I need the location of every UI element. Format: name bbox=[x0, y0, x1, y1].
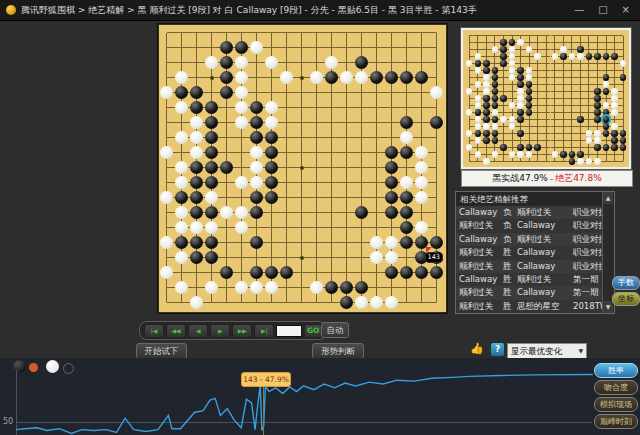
intersection[interactable] bbox=[369, 25, 384, 40]
maximize-button[interactable]: □ bbox=[598, 5, 607, 15]
intersection[interactable] bbox=[429, 100, 444, 115]
intersection[interactable] bbox=[354, 85, 369, 100]
intersection[interactable] bbox=[369, 175, 384, 190]
intersection[interactable] bbox=[309, 220, 324, 235]
intersection[interactable] bbox=[189, 55, 204, 70]
intersection[interactable] bbox=[399, 130, 414, 145]
intersection[interactable] bbox=[339, 40, 354, 55]
intersection[interactable] bbox=[174, 70, 189, 85]
intersection[interactable] bbox=[324, 265, 339, 280]
intersection[interactable] bbox=[189, 115, 204, 130]
intersection[interactable] bbox=[219, 55, 234, 70]
intersection[interactable] bbox=[309, 130, 324, 145]
intersection[interactable] bbox=[384, 130, 399, 145]
intersection[interactable] bbox=[174, 220, 189, 235]
intersection[interactable] bbox=[309, 85, 324, 100]
go-button[interactable]: GO bbox=[304, 324, 322, 338]
intersection[interactable] bbox=[174, 280, 189, 295]
intersection[interactable] bbox=[204, 175, 219, 190]
intersection[interactable] bbox=[324, 25, 339, 40]
fast-forward-button[interactable]: ▶▶ bbox=[232, 324, 252, 338]
move-number-input[interactable] bbox=[276, 325, 302, 337]
intersection[interactable] bbox=[414, 205, 429, 220]
intersection[interactable] bbox=[369, 160, 384, 175]
intersection[interactable] bbox=[369, 100, 384, 115]
intersection[interactable] bbox=[399, 145, 414, 160]
intersection[interactable] bbox=[339, 55, 354, 70]
intersection[interactable] bbox=[204, 250, 219, 265]
intersection[interactable] bbox=[369, 250, 384, 265]
intersection[interactable] bbox=[189, 145, 204, 160]
intersection[interactable] bbox=[339, 115, 354, 130]
intersection[interactable] bbox=[384, 25, 399, 40]
intersection[interactable] bbox=[264, 100, 279, 115]
intersection[interactable] bbox=[204, 70, 219, 85]
intersection[interactable] bbox=[354, 295, 369, 310]
game-record-row[interactable]: 顺利过关胜Callaway职业对抗 bbox=[456, 246, 603, 259]
intersection[interactable] bbox=[324, 100, 339, 115]
intersection[interactable] bbox=[219, 70, 234, 85]
intersection[interactable] bbox=[219, 40, 234, 55]
intersection[interactable] bbox=[159, 130, 174, 145]
intersection[interactable] bbox=[204, 55, 219, 70]
intersection[interactable] bbox=[369, 145, 384, 160]
intersection[interactable] bbox=[324, 205, 339, 220]
intersection[interactable] bbox=[399, 190, 414, 205]
intersection[interactable] bbox=[219, 160, 234, 175]
intersection[interactable] bbox=[204, 40, 219, 55]
intersection[interactable] bbox=[399, 70, 414, 85]
intersection[interactable] bbox=[429, 205, 444, 220]
intersection[interactable] bbox=[309, 145, 324, 160]
intersection[interactable] bbox=[384, 40, 399, 55]
intersection[interactable] bbox=[189, 100, 204, 115]
intersection[interactable] bbox=[429, 25, 444, 40]
intersection[interactable] bbox=[414, 160, 429, 175]
intersection[interactable] bbox=[189, 265, 204, 280]
intersection[interactable] bbox=[309, 40, 324, 55]
intersection[interactable] bbox=[429, 40, 444, 55]
intersection[interactable] bbox=[384, 250, 399, 265]
intersection[interactable] bbox=[234, 100, 249, 115]
intersection[interactable] bbox=[309, 280, 324, 295]
intersection[interactable] bbox=[339, 130, 354, 145]
game-record-row[interactable]: Callaway胜顺利过关第一期 bbox=[456, 273, 603, 286]
intersection[interactable] bbox=[249, 85, 264, 100]
intersection[interactable] bbox=[204, 115, 219, 130]
intersection[interactable] bbox=[354, 160, 369, 175]
intersection[interactable] bbox=[204, 85, 219, 100]
intersection[interactable] bbox=[324, 40, 339, 55]
intersection[interactable] bbox=[279, 70, 294, 85]
game-record-row[interactable]: 顺利过关胜Callaway第一期 bbox=[456, 286, 603, 299]
intersection[interactable] bbox=[159, 265, 174, 280]
intersection[interactable] bbox=[264, 250, 279, 265]
best-variation-dropdown[interactable]: 显示最优变化 ▼ bbox=[507, 343, 587, 359]
intersection[interactable] bbox=[159, 115, 174, 130]
winrate-graph-panel[interactable]: 50 143 - 47.9% 胜率吻合度模拟现场巅峰时刻 bbox=[0, 358, 640, 435]
intersection[interactable] bbox=[219, 25, 234, 40]
intersection[interactable] bbox=[174, 40, 189, 55]
intersection[interactable] bbox=[279, 85, 294, 100]
help-icon[interactable]: ? bbox=[491, 343, 504, 356]
intersection[interactable] bbox=[234, 55, 249, 70]
intersection[interactable] bbox=[234, 70, 249, 85]
intersection[interactable] bbox=[159, 145, 174, 160]
intersection[interactable] bbox=[174, 250, 189, 265]
intersection[interactable] bbox=[294, 175, 309, 190]
intersection[interactable] bbox=[414, 175, 429, 190]
intersection[interactable] bbox=[429, 55, 444, 70]
intersection[interactable] bbox=[399, 55, 414, 70]
thumbs-up-icon[interactable]: 👍 bbox=[470, 341, 488, 357]
intersection[interactable] bbox=[279, 130, 294, 145]
intersection[interactable] bbox=[429, 265, 444, 280]
intersection[interactable] bbox=[429, 295, 444, 310]
intersection[interactable] bbox=[354, 265, 369, 280]
intersection[interactable] bbox=[414, 115, 429, 130]
intersection[interactable] bbox=[384, 85, 399, 100]
intersection[interactable] bbox=[429, 280, 444, 295]
intersection[interactable] bbox=[354, 70, 369, 85]
intersection[interactable] bbox=[384, 265, 399, 280]
intersection[interactable] bbox=[294, 55, 309, 70]
intersection[interactable] bbox=[339, 190, 354, 205]
intersection[interactable] bbox=[354, 25, 369, 40]
intersection[interactable] bbox=[249, 70, 264, 85]
intersection[interactable] bbox=[309, 235, 324, 250]
intersection[interactable] bbox=[219, 145, 234, 160]
intersection[interactable] bbox=[249, 175, 264, 190]
intersection[interactable] bbox=[204, 160, 219, 175]
intersection[interactable] bbox=[384, 295, 399, 310]
intersection[interactable] bbox=[384, 220, 399, 235]
intersection[interactable] bbox=[354, 280, 369, 295]
intersection[interactable] bbox=[339, 70, 354, 85]
intersection[interactable] bbox=[234, 175, 249, 190]
intersection[interactable] bbox=[204, 205, 219, 220]
intersection[interactable] bbox=[234, 115, 249, 130]
intersection[interactable] bbox=[309, 295, 324, 310]
intersection[interactable] bbox=[339, 100, 354, 115]
intersection[interactable] bbox=[414, 130, 429, 145]
intersection[interactable] bbox=[279, 100, 294, 115]
intersection[interactable] bbox=[279, 235, 294, 250]
goban-grid[interactable]: 143 bbox=[159, 25, 444, 310]
intersection[interactable] bbox=[264, 40, 279, 55]
intersection[interactable] bbox=[189, 70, 204, 85]
intersection[interactable] bbox=[264, 295, 279, 310]
intersection[interactable] bbox=[324, 190, 339, 205]
intersection[interactable] bbox=[279, 190, 294, 205]
intersection[interactable] bbox=[189, 190, 204, 205]
intersection[interactable] bbox=[174, 265, 189, 280]
intersection[interactable] bbox=[369, 55, 384, 70]
intersection[interactable] bbox=[279, 205, 294, 220]
intersection[interactable] bbox=[159, 175, 174, 190]
intersection[interactable] bbox=[234, 250, 249, 265]
intersection[interactable] bbox=[159, 220, 174, 235]
intersection[interactable] bbox=[339, 25, 354, 40]
intersection[interactable] bbox=[219, 115, 234, 130]
intersection[interactable] bbox=[384, 235, 399, 250]
intersection[interactable] bbox=[264, 145, 279, 160]
intersection[interactable] bbox=[384, 175, 399, 190]
game-record-row[interactable]: 顺利过关胜思想的星空2018TW bbox=[456, 300, 603, 313]
intersection[interactable] bbox=[369, 280, 384, 295]
minimize-button[interactable]: — bbox=[574, 5, 584, 15]
intersection[interactable] bbox=[189, 175, 204, 190]
intersection[interactable] bbox=[174, 130, 189, 145]
intersection[interactable] bbox=[264, 55, 279, 70]
try-move-button[interactable]: 开始试下 bbox=[136, 343, 187, 359]
intersection[interactable] bbox=[339, 280, 354, 295]
game-record-row[interactable]: 顺利过关负Callaway职业对抗 bbox=[456, 219, 603, 232]
intersection[interactable] bbox=[234, 235, 249, 250]
intersection[interactable] bbox=[174, 115, 189, 130]
intersection[interactable] bbox=[249, 220, 264, 235]
intersection[interactable] bbox=[159, 85, 174, 100]
intersection[interactable] bbox=[429, 160, 444, 175]
intersection[interactable] bbox=[249, 145, 264, 160]
intersection[interactable] bbox=[204, 130, 219, 145]
intersection[interactable] bbox=[159, 235, 174, 250]
intersection[interactable] bbox=[279, 40, 294, 55]
intersection[interactable] bbox=[174, 55, 189, 70]
intersection[interactable] bbox=[354, 250, 369, 265]
intersection[interactable] bbox=[294, 295, 309, 310]
intersection[interactable] bbox=[384, 280, 399, 295]
intersection[interactable] bbox=[324, 220, 339, 235]
intersection[interactable] bbox=[339, 205, 354, 220]
intersection[interactable] bbox=[264, 25, 279, 40]
jump-start-button[interactable]: |◀ bbox=[144, 324, 164, 338]
intersection[interactable] bbox=[264, 130, 279, 145]
intersection[interactable] bbox=[249, 250, 264, 265]
intersection[interactable] bbox=[279, 280, 294, 295]
game-record-row[interactable]: 顺利过关胜Callaway职业对抗 bbox=[456, 260, 603, 273]
intersection[interactable] bbox=[414, 25, 429, 40]
scroll-up-icon[interactable]: ▲ bbox=[603, 192, 613, 204]
intersection[interactable] bbox=[279, 145, 294, 160]
intersection[interactable] bbox=[204, 100, 219, 115]
intersection[interactable] bbox=[324, 280, 339, 295]
judge-position-button[interactable]: 形势判断 bbox=[312, 343, 364, 359]
intersection[interactable] bbox=[429, 85, 444, 100]
intersection[interactable] bbox=[414, 145, 429, 160]
intersection[interactable] bbox=[324, 250, 339, 265]
intersection[interactable] bbox=[324, 70, 339, 85]
intersection[interactable] bbox=[204, 235, 219, 250]
intersection[interactable] bbox=[234, 205, 249, 220]
intersection[interactable] bbox=[429, 115, 444, 130]
intersection[interactable] bbox=[294, 100, 309, 115]
intersection[interactable] bbox=[309, 25, 324, 40]
intersection[interactable] bbox=[369, 265, 384, 280]
intersection[interactable] bbox=[204, 220, 219, 235]
intersection[interactable] bbox=[159, 295, 174, 310]
intersection[interactable] bbox=[309, 70, 324, 85]
intersection[interactable] bbox=[309, 175, 324, 190]
intersection[interactable] bbox=[174, 190, 189, 205]
intersection[interactable] bbox=[279, 25, 294, 40]
intersection[interactable] bbox=[414, 100, 429, 115]
intersection[interactable] bbox=[309, 205, 324, 220]
intersection[interactable] bbox=[279, 160, 294, 175]
intersection[interactable] bbox=[309, 250, 324, 265]
intersection[interactable] bbox=[234, 130, 249, 145]
intersection[interactable] bbox=[354, 190, 369, 205]
intersection[interactable] bbox=[249, 115, 264, 130]
intersection[interactable] bbox=[294, 220, 309, 235]
intersection[interactable] bbox=[234, 25, 249, 40]
intersection[interactable] bbox=[414, 265, 429, 280]
intersection[interactable] bbox=[414, 295, 429, 310]
intersection[interactable] bbox=[204, 280, 219, 295]
intersection[interactable] bbox=[294, 130, 309, 145]
intersection[interactable] bbox=[399, 220, 414, 235]
intersection[interactable] bbox=[309, 100, 324, 115]
intersection[interactable] bbox=[294, 40, 309, 55]
intersection[interactable] bbox=[204, 25, 219, 40]
intersection[interactable] bbox=[369, 205, 384, 220]
intersection[interactable] bbox=[249, 25, 264, 40]
intersection[interactable] bbox=[354, 100, 369, 115]
intersection[interactable] bbox=[384, 100, 399, 115]
intersection[interactable] bbox=[294, 115, 309, 130]
intersection[interactable] bbox=[219, 265, 234, 280]
intersection[interactable] bbox=[369, 130, 384, 145]
intersection[interactable] bbox=[264, 190, 279, 205]
intersection[interactable] bbox=[294, 145, 309, 160]
intersection[interactable] bbox=[399, 25, 414, 40]
intersection[interactable] bbox=[384, 190, 399, 205]
intersection[interactable] bbox=[414, 40, 429, 55]
intersection[interactable] bbox=[354, 130, 369, 145]
intersection[interactable] bbox=[324, 145, 339, 160]
intersection[interactable] bbox=[414, 85, 429, 100]
intersection[interactable] bbox=[174, 160, 189, 175]
intersection[interactable] bbox=[159, 25, 174, 40]
intersection[interactable] bbox=[189, 40, 204, 55]
intersection[interactable] bbox=[189, 160, 204, 175]
intersection[interactable] bbox=[354, 145, 369, 160]
intersection[interactable] bbox=[384, 55, 399, 70]
intersection[interactable] bbox=[264, 175, 279, 190]
graph-mode-simulate-live-button[interactable]: 模拟现场 bbox=[594, 397, 638, 412]
intersection[interactable] bbox=[159, 40, 174, 55]
intersection[interactable] bbox=[354, 220, 369, 235]
graph-mode-match-degree-button[interactable]: 吻合度 bbox=[594, 380, 638, 395]
intersection[interactable] bbox=[174, 85, 189, 100]
intersection[interactable] bbox=[339, 220, 354, 235]
intersection[interactable] bbox=[249, 100, 264, 115]
intersection[interactable] bbox=[399, 250, 414, 265]
intersection[interactable] bbox=[189, 220, 204, 235]
intersection[interactable] bbox=[294, 265, 309, 280]
intersection[interactable] bbox=[204, 295, 219, 310]
intersection[interactable] bbox=[189, 295, 204, 310]
intersection[interactable] bbox=[324, 115, 339, 130]
intersection[interactable] bbox=[174, 145, 189, 160]
jump-end-button[interactable]: ▶| bbox=[254, 324, 274, 338]
intersection[interactable] bbox=[174, 25, 189, 40]
intersection[interactable] bbox=[279, 175, 294, 190]
intersection[interactable] bbox=[339, 235, 354, 250]
intersection[interactable] bbox=[234, 145, 249, 160]
intersection[interactable] bbox=[399, 40, 414, 55]
intersection[interactable] bbox=[189, 280, 204, 295]
intersection[interactable] bbox=[264, 160, 279, 175]
intersection[interactable] bbox=[324, 130, 339, 145]
intersection[interactable] bbox=[189, 235, 204, 250]
intersection[interactable] bbox=[384, 115, 399, 130]
intersection[interactable] bbox=[369, 40, 384, 55]
intersection[interactable] bbox=[339, 265, 354, 280]
fast-back-button[interactable]: ◀◀ bbox=[166, 324, 186, 338]
intersection[interactable] bbox=[384, 160, 399, 175]
intersection[interactable] bbox=[159, 70, 174, 85]
intersection[interactable] bbox=[174, 100, 189, 115]
intersection[interactable] bbox=[264, 85, 279, 100]
intersection[interactable] bbox=[399, 205, 414, 220]
intersection[interactable] bbox=[264, 235, 279, 250]
intersection[interactable] bbox=[384, 70, 399, 85]
intersection[interactable] bbox=[159, 160, 174, 175]
intersection[interactable] bbox=[339, 160, 354, 175]
intersection[interactable] bbox=[294, 280, 309, 295]
intersection[interactable] bbox=[414, 70, 429, 85]
intersection[interactable] bbox=[414, 55, 429, 70]
intersection[interactable] bbox=[429, 70, 444, 85]
intersection[interactable] bbox=[384, 205, 399, 220]
intersection[interactable] bbox=[174, 295, 189, 310]
intersection[interactable] bbox=[279, 295, 294, 310]
intersection[interactable] bbox=[414, 220, 429, 235]
intersection[interactable] bbox=[249, 160, 264, 175]
intersection[interactable] bbox=[189, 130, 204, 145]
intersection[interactable] bbox=[324, 235, 339, 250]
move-numbers-toggle[interactable]: 手数 bbox=[612, 276, 640, 290]
intersection[interactable] bbox=[294, 70, 309, 85]
intersection[interactable] bbox=[219, 130, 234, 145]
main-go-board[interactable]: 143 bbox=[158, 24, 447, 313]
intersection[interactable] bbox=[309, 190, 324, 205]
game-record-row[interactable]: Callaway负顺利过关职业对抗 bbox=[456, 206, 603, 219]
intersection[interactable] bbox=[294, 85, 309, 100]
intersection[interactable] bbox=[309, 265, 324, 280]
intersection[interactable] bbox=[219, 175, 234, 190]
intersection[interactable] bbox=[264, 115, 279, 130]
intersection[interactable] bbox=[234, 160, 249, 175]
intersection[interactable] bbox=[384, 145, 399, 160]
intersection[interactable] bbox=[159, 100, 174, 115]
intersection[interactable] bbox=[264, 280, 279, 295]
intersection[interactable] bbox=[234, 265, 249, 280]
intersection[interactable] bbox=[219, 235, 234, 250]
intersection[interactable] bbox=[399, 280, 414, 295]
intersection[interactable] bbox=[249, 295, 264, 310]
intersection[interactable] bbox=[369, 220, 384, 235]
intersection[interactable] bbox=[279, 115, 294, 130]
intersection[interactable] bbox=[369, 115, 384, 130]
intersection[interactable] bbox=[204, 145, 219, 160]
intersection[interactable] bbox=[399, 160, 414, 175]
intersection[interactable] bbox=[159, 280, 174, 295]
intersection[interactable] bbox=[339, 295, 354, 310]
intersection[interactable] bbox=[219, 220, 234, 235]
intersection[interactable] bbox=[324, 175, 339, 190]
